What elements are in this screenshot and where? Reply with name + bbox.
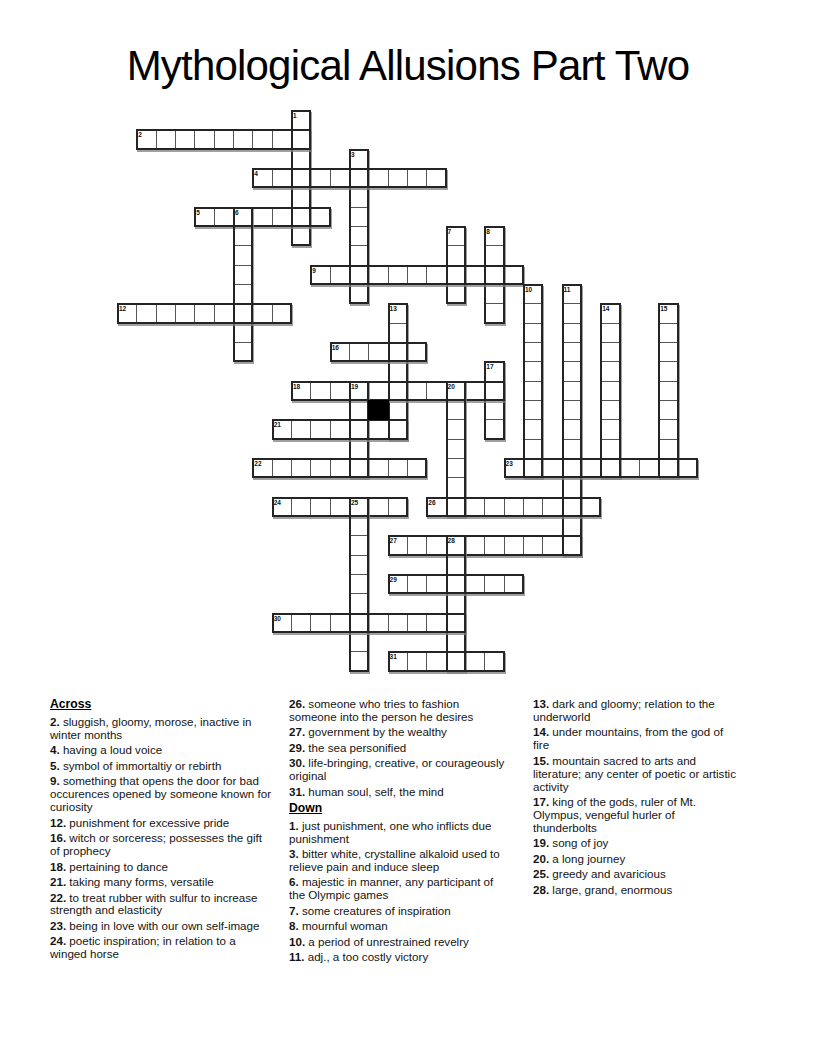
grid-cell[interactable] <box>446 613 466 633</box>
clue-across-31: 31. human soul, self, the mind <box>289 786 507 799</box>
grid-cell[interactable] <box>446 651 466 671</box>
grid-cell[interactable] <box>388 419 408 439</box>
grid-cell[interactable] <box>252 129 272 149</box>
grid-cell[interactable] <box>600 400 620 420</box>
grid-cell[interactable] <box>194 303 214 323</box>
clue-number-label: 5. <box>50 759 60 772</box>
grid-cell[interactable] <box>117 303 137 323</box>
grid-cell[interactable] <box>484 226 504 246</box>
grid-cell[interactable] <box>233 129 253 149</box>
clue-across-26: 26. someone who tries to fashion someone… <box>289 698 507 724</box>
clue-number-label: 15. <box>533 754 549 767</box>
grid-cell[interactable] <box>252 207 272 227</box>
clue-down-8: 8. mournful woman <box>289 920 507 933</box>
grid-cell[interactable] <box>465 651 485 671</box>
clue-number-label: 1. <box>289 819 299 832</box>
clue-number-label: 3. <box>289 847 299 860</box>
grid-cell[interactable] <box>542 535 562 555</box>
grid-cell[interactable] <box>368 458 388 478</box>
grid-cell[interactable] <box>562 400 582 420</box>
grid-cell[interactable] <box>407 381 427 401</box>
grid-cell[interactable] <box>465 535 485 555</box>
grid-cell[interactable] <box>562 458 582 478</box>
grid-cell[interactable] <box>349 226 369 246</box>
grid-cell[interactable] <box>465 265 485 285</box>
grid-cell[interactable] <box>291 129 311 149</box>
grid-cell[interactable] <box>562 419 582 439</box>
grid-cell[interactable] <box>523 439 543 459</box>
grid-cell[interactable] <box>349 284 369 304</box>
grid-cell[interactable] <box>272 458 292 478</box>
grid-cell[interactable] <box>272 303 292 323</box>
grid-cell[interactable] <box>291 458 311 478</box>
grid-cell[interactable] <box>426 535 446 555</box>
grid-cell[interactable] <box>562 381 582 401</box>
clue-number-label: 14. <box>533 725 549 738</box>
clue-number-label: 28. <box>533 883 549 896</box>
clue-across-30: 30. life-bringing, creative, or courageo… <box>289 757 507 783</box>
grid-cell[interactable] <box>330 168 350 188</box>
grid-cell[interactable] <box>214 129 234 149</box>
grid-cell[interactable] <box>484 535 504 555</box>
grid-cell[interactable] <box>426 651 446 671</box>
clue-number-label: 29. <box>289 741 305 754</box>
grid-cell[interactable] <box>272 168 292 188</box>
clue-down-7: 7. some creatures of inspiration <box>289 905 507 918</box>
grid-cell[interactable] <box>600 361 620 381</box>
grid-cell[interactable] <box>388 535 408 555</box>
clue-number-label: 7. <box>289 904 299 917</box>
grid-cell[interactable] <box>504 574 524 594</box>
grid-cell[interactable] <box>562 342 582 362</box>
grid-cell[interactable] <box>484 265 504 285</box>
grid-cell[interactable] <box>523 497 543 517</box>
clue-number-label: 16. <box>50 831 66 844</box>
grid-cell[interactable] <box>446 265 466 285</box>
grid-cell[interactable] <box>407 458 427 478</box>
clue-across-16: 16. witch or sorceress; possesses the gi… <box>50 832 272 858</box>
grid-cell[interactable] <box>678 458 698 478</box>
grid-cell[interactable] <box>194 207 214 227</box>
grid-cell[interactable] <box>484 381 504 401</box>
grid-cell[interactable] <box>562 535 582 555</box>
clue-down-13: 13. dark and gloomy; relation to the und… <box>533 698 738 724</box>
clue-across-29: 29. the sea personified <box>289 742 507 755</box>
grid-cell[interactable] <box>446 245 466 265</box>
clue-across-27: 27. government by the wealthy <box>289 726 507 739</box>
grid-cell[interactable] <box>349 265 369 285</box>
grid-cell[interactable] <box>562 477 582 497</box>
grid-cell[interactable] <box>310 168 330 188</box>
grid-cell[interactable] <box>484 419 504 439</box>
grid-cell[interactable] <box>349 555 369 575</box>
grid-cell[interactable] <box>426 574 446 594</box>
clue-across-23: 23. being in love with our own self-imag… <box>50 920 272 933</box>
crossword-page: Mythological Allusions Part Two 12345678… <box>0 0 816 1056</box>
clue-across-2: 2. sluggish, gloomy, morose, inactive in… <box>50 716 272 742</box>
clue-across-18: 18. pertaining to dance <box>50 861 272 874</box>
grid-cell[interactable] <box>233 284 253 304</box>
grid-cell[interactable] <box>291 613 311 633</box>
grid-cell[interactable] <box>484 361 504 381</box>
grid-cell[interactable] <box>388 361 408 381</box>
grid-cell[interactable] <box>542 497 562 517</box>
grid-cell[interactable] <box>523 381 543 401</box>
clue-number-label: 21. <box>50 875 66 888</box>
grid-cell[interactable] <box>291 497 311 517</box>
grid-cell[interactable] <box>562 497 582 517</box>
grid-cell[interactable] <box>407 168 427 188</box>
grid-cell[interactable] <box>388 265 408 285</box>
grid-cell[interactable] <box>542 458 562 478</box>
grid-cell[interactable] <box>330 613 350 633</box>
grid-cell[interactable] <box>388 323 408 343</box>
grid-cell[interactable] <box>252 458 272 478</box>
grid-cell[interactable] <box>426 265 446 285</box>
grid-cell[interactable] <box>562 516 582 536</box>
grid-cell[interactable] <box>214 303 234 323</box>
grid-cell[interactable] <box>233 265 253 285</box>
grid-cell[interactable] <box>562 323 582 343</box>
clue-number-label: 17. <box>533 795 549 808</box>
grid-cell[interactable] <box>233 245 253 265</box>
grid-cell[interactable] <box>272 129 292 149</box>
clue-number-label: 6. <box>289 875 299 888</box>
grid-cell[interactable] <box>426 497 446 517</box>
grid-cell[interactable] <box>349 632 369 652</box>
clue-number-label: 9. <box>50 774 60 787</box>
grid-cell[interactable] <box>272 207 292 227</box>
grid-cell[interactable] <box>330 342 350 362</box>
grid-cell[interactable] <box>330 458 350 478</box>
clue-column-2: 26. someone who tries to fashion someone… <box>289 698 507 967</box>
grid-cell[interactable] <box>310 497 330 517</box>
clue-across-22: 22. to treat rubber with sulfur to incre… <box>50 892 272 918</box>
clue-number-label: 8. <box>289 919 299 932</box>
grid-cell[interactable] <box>407 574 427 594</box>
grid-cell[interactable] <box>272 613 292 633</box>
grid-cell[interactable] <box>330 419 350 439</box>
grid-cell[interactable] <box>330 381 350 401</box>
clue-down-20: 20. a long journey <box>533 853 738 866</box>
clue-down-14: 14. under mountains, from the god of fir… <box>533 726 738 752</box>
grid-cell[interactable] <box>310 613 330 633</box>
grid-cell[interactable] <box>465 574 485 594</box>
grid-cell[interactable] <box>349 400 369 420</box>
clue-number-label: 26. <box>289 697 305 710</box>
grid-cell[interactable] <box>562 361 582 381</box>
grid-cell[interactable] <box>233 323 253 343</box>
grid-cell[interactable] <box>388 303 408 323</box>
grid-cell[interactable] <box>156 303 176 323</box>
clue-number-label: 12. <box>50 816 66 829</box>
grid-cell[interactable] <box>310 419 330 439</box>
grid-cell[interactable] <box>368 381 388 401</box>
clue-column-1: Across2. sluggish, gloomy, morose, inact… <box>50 698 272 964</box>
grid-cell[interactable] <box>368 342 388 362</box>
grid-cell[interactable] <box>388 342 408 362</box>
clue-across-5: 5. symbol of immortaltiy or rebirth <box>50 760 272 773</box>
clue-down-10: 10. a period of unrestrained revelry <box>289 936 507 949</box>
grid-cell[interactable] <box>368 497 388 517</box>
grid-cell[interactable] <box>156 129 176 149</box>
grid-cell[interactable] <box>446 400 466 420</box>
grid-cell[interactable] <box>291 381 311 401</box>
grid-cell[interactable] <box>330 497 350 517</box>
grid-cell[interactable] <box>407 265 427 285</box>
clue-across-9: 9. something that opens the door for bad… <box>50 775 272 814</box>
grid-cell[interactable] <box>562 284 582 304</box>
grid-cell[interactable] <box>136 129 156 149</box>
grid-cell[interactable] <box>523 284 543 304</box>
grid-cell[interactable] <box>388 400 408 420</box>
grid-cell[interactable] <box>504 497 524 517</box>
clue-across-24: 24. poetic inspiration; in relation to a… <box>50 935 272 961</box>
grid-cell[interactable] <box>446 535 466 555</box>
clue-down-25: 25. greedy and avaricious <box>533 868 738 881</box>
grid-cell[interactable] <box>484 400 504 420</box>
grid-cell[interactable] <box>291 207 311 227</box>
grid-cell[interactable] <box>175 303 195 323</box>
grid-cell[interactable] <box>600 323 620 343</box>
grid-cell[interactable] <box>349 574 369 594</box>
clues-across-header: Across <box>50 698 272 711</box>
grid-cell[interactable] <box>523 361 543 381</box>
grid-cell[interactable] <box>310 207 330 227</box>
grid-cell[interactable] <box>484 497 504 517</box>
grid-cell[interactable] <box>349 593 369 613</box>
grid-cell[interactable] <box>658 419 678 439</box>
grid-cell[interactable] <box>349 168 369 188</box>
grid-cell[interactable] <box>446 497 466 517</box>
grid-cell[interactable] <box>620 458 640 478</box>
grid-cell[interactable] <box>368 419 388 439</box>
grid-cell[interactable] <box>214 207 234 227</box>
grid-cell[interactable] <box>233 226 253 246</box>
grid-cell[interactable] <box>291 226 311 246</box>
grid-cell[interactable] <box>349 458 369 478</box>
grid-cell[interactable] <box>658 400 678 420</box>
clue-number-label: 27. <box>289 725 305 738</box>
page-title: Mythological Allusions Part Two <box>0 42 816 90</box>
grid-cell[interactable] <box>562 439 582 459</box>
grid-cell[interactable] <box>446 593 466 613</box>
clue-number-label: 11. <box>289 950 304 963</box>
grid-cell[interactable] <box>233 303 253 323</box>
grid-cell[interactable] <box>368 168 388 188</box>
grid-cell[interactable] <box>484 245 504 265</box>
grid-cell[interactable] <box>291 168 311 188</box>
grid-cell[interactable] <box>465 497 485 517</box>
grid-cell[interactable] <box>600 458 620 478</box>
grid-cell[interactable] <box>426 613 446 633</box>
clue-number-label: 13. <box>533 697 549 710</box>
grid-cell[interactable] <box>349 207 369 227</box>
grid-cell[interactable] <box>349 187 369 207</box>
grid-cell[interactable] <box>658 458 678 478</box>
grid-cell[interactable] <box>310 265 330 285</box>
clue-down-3: 3. bitter white, crystalline alkaloid us… <box>289 848 507 874</box>
grid-cell[interactable] <box>252 303 272 323</box>
grid-cell[interactable] <box>175 129 195 149</box>
clues-down-header: Down <box>289 802 507 815</box>
crossword-grid: 1234567891011121314151617181920212223242… <box>117 110 697 671</box>
grid-cell[interactable] <box>658 439 678 459</box>
grid-cell[interactable] <box>388 497 408 517</box>
grid-cell[interactable] <box>388 613 408 633</box>
grid-cell[interactable] <box>523 342 543 362</box>
grid-cell[interactable] <box>310 381 330 401</box>
clue-number-label: 2. <box>50 715 60 728</box>
clue-number-label: 18. <box>50 860 66 873</box>
grid-cell[interactable] <box>349 516 369 536</box>
grid-cell[interactable] <box>310 458 330 478</box>
grid-cell[interactable] <box>523 323 543 343</box>
grid-cell[interactable] <box>136 303 156 323</box>
grid-cell[interactable] <box>581 458 601 478</box>
grid-cell[interactable] <box>388 381 408 401</box>
grid-cell[interactable] <box>484 303 504 323</box>
grid-cell[interactable] <box>349 245 369 265</box>
grid-cell[interactable] <box>349 439 369 459</box>
grid-cell[interactable] <box>504 535 524 555</box>
grid-cell[interactable] <box>446 574 466 594</box>
grid-cell[interactable] <box>446 555 466 575</box>
grid-cell[interactable] <box>349 149 369 169</box>
clue-across-21: 21. taking many forms, versatile <box>50 876 272 889</box>
black-cell <box>368 400 388 420</box>
grid-cell[interactable] <box>426 381 446 401</box>
grid-cell[interactable] <box>330 265 350 285</box>
clue-number-label: 30. <box>289 756 305 769</box>
grid-cell[interactable] <box>465 381 485 401</box>
grid-cell[interactable] <box>349 342 369 362</box>
grid-cell[interactable] <box>388 651 408 671</box>
grid-cell[interactable] <box>233 342 253 362</box>
grid-cell[interactable] <box>388 574 408 594</box>
grid-cell[interactable] <box>523 458 543 478</box>
grid-cell[interactable] <box>504 265 524 285</box>
grid-cell[interactable] <box>523 535 543 555</box>
grid-cell[interactable] <box>446 439 466 459</box>
clue-down-17: 17. king of the gods, ruler of Mt. Olymp… <box>533 796 738 835</box>
clue-down-1: 1. just punishment, one who inflicts due… <box>289 820 507 846</box>
grid-cell[interactable] <box>349 613 369 633</box>
grid-cell[interactable] <box>446 458 466 478</box>
grid-cell[interactable] <box>658 381 678 401</box>
grid-cell[interactable] <box>349 381 369 401</box>
grid-cell[interactable] <box>600 381 620 401</box>
clue-number-label: 23. <box>50 919 66 932</box>
grid-cell[interactable] <box>562 303 582 323</box>
grid-cell[interactable] <box>233 207 253 227</box>
grid-cell[interactable] <box>484 284 504 304</box>
grid-cell[interactable] <box>349 535 369 555</box>
grid-cell[interactable] <box>600 439 620 459</box>
grid-cell[interactable] <box>349 419 369 439</box>
grid-cell[interactable] <box>581 497 601 517</box>
grid-cell[interactable] <box>194 129 214 149</box>
grid-cell[interactable] <box>407 342 427 362</box>
grid-cell[interactable] <box>291 187 311 207</box>
grid-cell[interactable] <box>368 613 388 633</box>
grid-cell[interactable] <box>446 477 466 497</box>
grid-cell[interactable] <box>658 303 678 323</box>
grid-cell[interactable] <box>407 535 427 555</box>
grid-cell[interactable] <box>600 419 620 439</box>
clue-number-label: 31. <box>289 785 305 798</box>
clue-number-label: 22. <box>50 891 66 904</box>
grid-cell[interactable] <box>349 651 369 671</box>
grid-cell[interactable] <box>446 419 466 439</box>
clue-down-11: 11. adj., a too costly victory <box>289 951 507 964</box>
grid-cell[interactable] <box>600 303 620 323</box>
grid-cell[interactable] <box>407 613 427 633</box>
clue-down-19: 19. song of joy <box>533 837 738 850</box>
grid-cell[interactable] <box>658 323 678 343</box>
grid-cell[interactable] <box>426 168 446 188</box>
grid-cell[interactable] <box>252 168 272 188</box>
clue-number-label: 10. <box>289 935 305 948</box>
grid-cell[interactable] <box>407 651 427 671</box>
grid-cell[interactable] <box>484 574 504 594</box>
clue-across-12: 12. punishment for excessive pride <box>50 817 272 830</box>
grid-cell[interactable] <box>639 458 659 478</box>
clue-column-3: 13. dark and gloomy; relation to the und… <box>533 698 738 899</box>
grid-cell[interactable] <box>504 458 524 478</box>
grid-cell[interactable] <box>446 284 466 304</box>
grid-cell[interactable] <box>272 497 292 517</box>
clue-number-label: 25. <box>533 867 549 880</box>
clue-number-label: 20. <box>533 852 549 865</box>
clue-down-15: 15. mountain sacred to arts and literatu… <box>533 755 738 794</box>
grid-cell[interactable] <box>388 168 408 188</box>
grid-cell[interactable] <box>291 419 311 439</box>
grid-cell[interactable] <box>523 303 543 323</box>
clue-number-label: 19. <box>533 836 549 849</box>
grid-cell[interactable] <box>658 361 678 381</box>
grid-cell[interactable] <box>272 419 292 439</box>
grid-cell[interactable] <box>523 419 543 439</box>
clue-down-28: 28. large, grand, enormous <box>533 884 738 897</box>
grid-cell[interactable] <box>446 226 466 246</box>
grid-cell[interactable] <box>484 651 504 671</box>
grid-cell[interactable] <box>658 342 678 362</box>
grid-cell[interactable] <box>349 497 369 517</box>
clue-across-4: 4. having a loud voice <box>50 744 272 757</box>
grid-cell[interactable] <box>446 381 466 401</box>
grid-cell[interactable] <box>446 632 466 652</box>
clue-number-label: 4. <box>50 743 60 756</box>
clue-number-label: 24. <box>50 934 66 947</box>
grid-cell[interactable] <box>291 110 311 130</box>
grid-cell[interactable] <box>388 458 408 478</box>
grid-cell[interactable] <box>291 149 311 169</box>
grid-cell[interactable] <box>523 400 543 420</box>
grid-cell[interactable] <box>368 265 388 285</box>
clue-down-6: 6. majestic in manner, any participant o… <box>289 876 507 902</box>
grid-cell[interactable] <box>600 342 620 362</box>
